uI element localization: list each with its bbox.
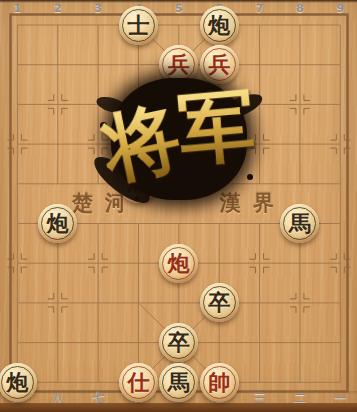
piece-glyph: 馬 [119, 164, 158, 203]
piece-black-horse[interactable]: 馬 [159, 363, 198, 402]
piece-glyph: 炮 [159, 244, 198, 283]
piece-red-pawn[interactable]: 兵 [159, 45, 198, 84]
piece-glyph: 炮 [200, 6, 239, 45]
piece-red-pawn[interactable]: 兵 [200, 45, 239, 84]
piece-black-cannon[interactable]: 炮 [38, 204, 77, 243]
piece-red-general[interactable]: 帥 [200, 363, 239, 402]
piece-glyph: 馬 [280, 204, 319, 243]
piece-black-cannon[interactable]: 炮 [200, 6, 239, 45]
piece-black-horse[interactable]: 馬 [280, 204, 319, 243]
piece-glyph: 士 [119, 6, 158, 45]
piece-black-pawn[interactable]: 卒 [200, 283, 239, 322]
piece-glyph: 仕 [119, 363, 158, 402]
file-label-top: 5 [175, 2, 183, 15]
piece-glyph: 帥 [200, 363, 239, 402]
bottom-frame-band [0, 403, 357, 412]
piece-glyph: 馬 [159, 363, 198, 402]
piece-glyph: 将 [159, 85, 198, 124]
piece-glyph: 炮 [0, 363, 37, 402]
file-label-top: 2 [54, 2, 62, 15]
piece-black-pawn[interactable]: 卒 [159, 323, 198, 362]
piece-red-horse[interactable]: 馬 [119, 164, 158, 203]
piece-black-advisor[interactable]: 士 [119, 6, 158, 45]
piece-glyph: 卒 [159, 323, 198, 362]
piece-black-cannon[interactable]: 炮 [0, 363, 37, 402]
river-label-right: 漢界 [220, 189, 286, 217]
xiangqi-board-screen: 123456789 九八七六五四三二一 楚河 漢界 士炮兵兵将馬炮馬炮卒卒炮仕馬… [0, 0, 357, 412]
piece-glyph: 炮 [38, 204, 77, 243]
top-edge-shadow [0, 0, 357, 3]
piece-glyph: 兵 [200, 45, 239, 84]
file-label-top: 8 [296, 2, 304, 15]
file-label-top: 7 [256, 2, 264, 15]
piece-red-advisor[interactable]: 仕 [119, 363, 158, 402]
file-label-top: 1 [14, 2, 22, 15]
piece-red-cannon[interactable]: 炮 [159, 244, 198, 283]
file-label-top: 9 [336, 2, 344, 15]
piece-glyph: 卒 [200, 283, 239, 322]
piece-black-general[interactable]: 将 [159, 85, 198, 124]
piece-glyph: 兵 [159, 45, 198, 84]
file-label-top: 3 [94, 2, 102, 15]
